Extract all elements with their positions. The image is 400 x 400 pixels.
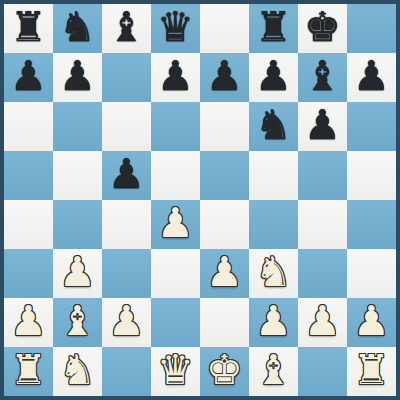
white-pawn: ♟ <box>255 298 292 346</box>
square-b4[interactable] <box>53 200 102 249</box>
black-knight: ♞ <box>59 4 96 52</box>
black-pawn: ♟ <box>206 53 243 101</box>
square-d6[interactable] <box>151 102 200 151</box>
square-a2[interactable]: ♟ <box>4 298 53 347</box>
square-d7[interactable]: ♟ <box>151 53 200 102</box>
square-h6[interactable] <box>347 102 396 151</box>
square-g1[interactable] <box>298 347 347 396</box>
white-pawn: ♟ <box>157 200 194 248</box>
square-a8[interactable]: ♜ <box>4 4 53 53</box>
square-c5[interactable]: ♟ <box>102 151 151 200</box>
square-c4[interactable] <box>102 200 151 249</box>
square-g8[interactable]: ♚ <box>298 4 347 53</box>
square-e6[interactable] <box>200 102 249 151</box>
black-pawn: ♟ <box>157 53 194 101</box>
square-e7[interactable]: ♟ <box>200 53 249 102</box>
square-a3[interactable] <box>4 249 53 298</box>
white-knight: ♞ <box>59 347 96 395</box>
white-bishop: ♝ <box>59 298 96 346</box>
square-b2[interactable]: ♝ <box>53 298 102 347</box>
square-c6[interactable] <box>102 102 151 151</box>
square-g6[interactable]: ♟ <box>298 102 347 151</box>
white-pawn: ♟ <box>10 298 47 346</box>
square-h1[interactable]: ♜ <box>347 347 396 396</box>
square-c8[interactable]: ♝ <box>102 4 151 53</box>
white-bishop: ♝ <box>255 347 292 395</box>
square-d3[interactable] <box>151 249 200 298</box>
square-a4[interactable] <box>4 200 53 249</box>
square-f4[interactable] <box>249 200 298 249</box>
square-h8[interactable] <box>347 4 396 53</box>
square-c1[interactable] <box>102 347 151 396</box>
square-h3[interactable] <box>347 249 396 298</box>
chess-board: ♜♞♝♛♜♚♟♟♟♟♟♝♟♞♟♟♟♟♟♞♟♝♟♟♟♟♜♞♛♚♝♜ <box>4 4 396 396</box>
black-bishop: ♝ <box>304 53 341 101</box>
white-pawn: ♟ <box>353 298 390 346</box>
square-h7[interactable]: ♟ <box>347 53 396 102</box>
square-f5[interactable] <box>249 151 298 200</box>
square-b3[interactable]: ♟ <box>53 249 102 298</box>
square-f1[interactable]: ♝ <box>249 347 298 396</box>
square-b7[interactable]: ♟ <box>53 53 102 102</box>
black-king: ♚ <box>304 4 341 52</box>
square-h2[interactable]: ♟ <box>347 298 396 347</box>
square-f2[interactable]: ♟ <box>249 298 298 347</box>
black-pawn: ♟ <box>304 102 341 150</box>
square-d8[interactable]: ♛ <box>151 4 200 53</box>
square-e8[interactable] <box>200 4 249 53</box>
square-a6[interactable] <box>4 102 53 151</box>
square-g2[interactable]: ♟ <box>298 298 347 347</box>
square-g4[interactable] <box>298 200 347 249</box>
square-b5[interactable] <box>53 151 102 200</box>
white-king: ♚ <box>206 347 243 395</box>
black-rook: ♜ <box>10 4 47 52</box>
black-pawn: ♟ <box>255 53 292 101</box>
square-d4[interactable]: ♟ <box>151 200 200 249</box>
white-pawn: ♟ <box>59 249 96 297</box>
square-g5[interactable] <box>298 151 347 200</box>
square-g3[interactable] <box>298 249 347 298</box>
white-rook: ♜ <box>10 347 47 395</box>
square-a7[interactable]: ♟ <box>4 53 53 102</box>
black-pawn: ♟ <box>10 53 47 101</box>
square-b8[interactable]: ♞ <box>53 4 102 53</box>
square-f7[interactable]: ♟ <box>249 53 298 102</box>
square-b6[interactable] <box>53 102 102 151</box>
black-rook: ♜ <box>255 4 292 52</box>
black-pawn: ♟ <box>108 151 145 199</box>
square-a5[interactable] <box>4 151 53 200</box>
black-pawn: ♟ <box>59 53 96 101</box>
square-a1[interactable]: ♜ <box>4 347 53 396</box>
white-pawn: ♟ <box>206 249 243 297</box>
square-e2[interactable] <box>200 298 249 347</box>
square-d1[interactable]: ♛ <box>151 347 200 396</box>
square-b1[interactable]: ♞ <box>53 347 102 396</box>
square-e4[interactable] <box>200 200 249 249</box>
square-h5[interactable] <box>347 151 396 200</box>
square-f6[interactable]: ♞ <box>249 102 298 151</box>
square-e3[interactable]: ♟ <box>200 249 249 298</box>
white-rook: ♜ <box>353 347 390 395</box>
square-e5[interactable] <box>200 151 249 200</box>
square-e1[interactable]: ♚ <box>200 347 249 396</box>
square-d5[interactable] <box>151 151 200 200</box>
white-queen: ♛ <box>157 347 194 395</box>
black-bishop: ♝ <box>108 4 145 52</box>
square-d2[interactable] <box>151 298 200 347</box>
square-f3[interactable]: ♞ <box>249 249 298 298</box>
black-knight: ♞ <box>255 102 292 150</box>
black-queen: ♛ <box>157 4 194 52</box>
white-pawn: ♟ <box>108 298 145 346</box>
square-c3[interactable] <box>102 249 151 298</box>
square-g7[interactable]: ♝ <box>298 53 347 102</box>
square-c7[interactable] <box>102 53 151 102</box>
square-f8[interactable]: ♜ <box>249 4 298 53</box>
white-pawn: ♟ <box>304 298 341 346</box>
white-knight: ♞ <box>255 249 292 297</box>
square-h4[interactable] <box>347 200 396 249</box>
square-c2[interactable]: ♟ <box>102 298 151 347</box>
chess-board-frame: ♜♞♝♛♜♚♟♟♟♟♟♝♟♞♟♟♟♟♟♞♟♝♟♟♟♟♜♞♛♚♝♜ <box>0 0 400 400</box>
black-pawn: ♟ <box>353 53 390 101</box>
